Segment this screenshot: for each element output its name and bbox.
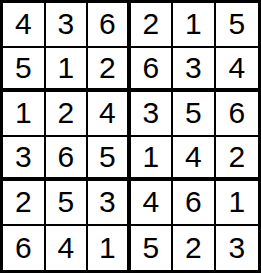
cell-r1c6[interactable]: 5 <box>216 3 259 48</box>
cell-r3c6[interactable]: 6 <box>216 92 259 137</box>
cell-r3c2[interactable]: 2 <box>46 92 89 137</box>
cell-r1c3[interactable]: 6 <box>88 3 131 48</box>
cell-r4c4[interactable]: 1 <box>131 137 174 182</box>
cell-r1c4[interactable]: 2 <box>131 3 174 48</box>
cell-r2c3[interactable]: 2 <box>88 48 131 93</box>
cell-r6c2[interactable]: 4 <box>46 226 89 271</box>
cell-r4c6[interactable]: 2 <box>216 137 259 182</box>
sudoku-board: 436215512634124356365142253461641523 <box>0 0 261 273</box>
cell-r5c4[interactable]: 4 <box>131 181 174 226</box>
cell-r6c6[interactable]: 3 <box>216 226 259 271</box>
cell-r3c3[interactable]: 4 <box>88 92 131 137</box>
cell-r5c6[interactable]: 1 <box>216 181 259 226</box>
cell-r5c2[interactable]: 5 <box>46 181 89 226</box>
cell-r2c2[interactable]: 1 <box>46 48 89 93</box>
cell-r6c4[interactable]: 5 <box>131 226 174 271</box>
cell-r5c1[interactable]: 2 <box>3 181 46 226</box>
cell-r2c1[interactable]: 5 <box>3 48 46 93</box>
cell-r5c3[interactable]: 3 <box>88 181 131 226</box>
cell-r6c5[interactable]: 2 <box>173 226 216 271</box>
cell-r1c2[interactable]: 3 <box>46 3 89 48</box>
cell-r2c5[interactable]: 3 <box>173 48 216 93</box>
cell-r2c6[interactable]: 4 <box>216 48 259 93</box>
cell-r3c4[interactable]: 3 <box>131 92 174 137</box>
cell-r5c5[interactable]: 6 <box>173 181 216 226</box>
cell-r4c3[interactable]: 5 <box>88 137 131 182</box>
cell-r6c1[interactable]: 6 <box>3 226 46 271</box>
cell-r2c4[interactable]: 6 <box>131 48 174 93</box>
cell-r3c5[interactable]: 5 <box>173 92 216 137</box>
cell-r3c1[interactable]: 1 <box>3 92 46 137</box>
cell-r6c3[interactable]: 1 <box>88 226 131 271</box>
cell-r4c5[interactable]: 4 <box>173 137 216 182</box>
cell-r4c2[interactable]: 6 <box>46 137 89 182</box>
cell-r1c1[interactable]: 4 <box>3 3 46 48</box>
cell-r4c1[interactable]: 3 <box>3 137 46 182</box>
cell-r1c5[interactable]: 1 <box>173 3 216 48</box>
